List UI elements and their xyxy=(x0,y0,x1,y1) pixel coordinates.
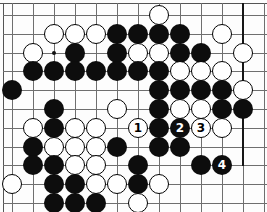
stone-black xyxy=(65,174,85,194)
stone-black xyxy=(149,24,169,44)
stone-black xyxy=(44,155,64,175)
stone-black xyxy=(65,43,85,63)
stone-black xyxy=(149,80,169,100)
stone-black xyxy=(44,99,64,119)
stone-black xyxy=(149,137,169,157)
stone-white xyxy=(23,118,43,138)
stone-white xyxy=(212,24,232,44)
stone-black xyxy=(86,193,106,212)
stone-white xyxy=(233,80,253,100)
stone-white xyxy=(44,137,64,157)
stone-white xyxy=(2,174,22,194)
stone-white xyxy=(170,61,190,81)
stone-black xyxy=(44,118,64,138)
stone-white xyxy=(65,24,85,44)
stone-black xyxy=(107,61,127,81)
stone-black xyxy=(65,61,85,81)
stone-black xyxy=(149,118,169,138)
stone-black xyxy=(128,24,148,44)
stone-black xyxy=(86,61,106,81)
hoshi-dot xyxy=(52,51,56,55)
move-3-stone-white: 3 xyxy=(191,118,211,138)
stone-black xyxy=(128,61,148,81)
stone-white xyxy=(128,193,148,212)
move-1-stone-white: 1 xyxy=(128,118,148,138)
stone-white xyxy=(65,118,85,138)
stone-black xyxy=(149,99,169,119)
stone-white xyxy=(86,174,106,194)
stone-black xyxy=(65,193,85,212)
diagram-frame-top xyxy=(0,3,267,4)
stone-white xyxy=(65,137,85,157)
stone-black xyxy=(44,174,64,194)
stone-white xyxy=(212,61,232,81)
stone-black xyxy=(107,43,127,63)
stone-black xyxy=(23,61,43,81)
stone-white xyxy=(212,118,232,138)
stone-black xyxy=(107,24,127,44)
stone-white xyxy=(86,24,106,44)
stone-white xyxy=(149,43,169,63)
stone-black xyxy=(191,43,211,63)
stone-black xyxy=(191,80,211,100)
go-board: 1234 xyxy=(0,0,267,212)
stone-white xyxy=(128,43,148,63)
stone-white xyxy=(233,43,253,63)
stone-black xyxy=(170,43,190,63)
stone-black xyxy=(170,80,190,100)
stone-white xyxy=(191,99,211,119)
stone-black xyxy=(170,24,190,44)
stone-white xyxy=(107,174,127,194)
stone-black xyxy=(233,99,253,119)
stone-white xyxy=(44,24,64,44)
stone-black xyxy=(212,99,232,119)
stone-black xyxy=(44,193,64,212)
stone-white xyxy=(86,155,106,175)
stone-white xyxy=(86,137,106,157)
stone-black xyxy=(44,61,64,81)
stone-black xyxy=(128,155,148,175)
stone-white xyxy=(149,174,169,194)
stone-black xyxy=(107,137,127,157)
move-4-stone-black: 4 xyxy=(212,155,232,175)
stone-black xyxy=(23,155,43,175)
stone-black xyxy=(23,137,43,157)
stone-white xyxy=(65,155,85,175)
stone-white xyxy=(149,5,169,25)
stone-white xyxy=(191,61,211,81)
stone-black xyxy=(212,80,232,100)
stone-white xyxy=(107,99,127,119)
stone-black xyxy=(128,174,148,194)
stone-white xyxy=(86,118,106,138)
stone-black xyxy=(2,80,22,100)
stone-black xyxy=(170,137,190,157)
stone-black xyxy=(191,155,211,175)
stone-black xyxy=(149,61,169,81)
go-diagram: 1234 xyxy=(0,0,267,212)
stone-white xyxy=(23,43,43,63)
grid-line-horizontal xyxy=(3,15,267,16)
move-2-stone-black: 2 xyxy=(170,118,190,138)
stone-white xyxy=(170,99,190,119)
